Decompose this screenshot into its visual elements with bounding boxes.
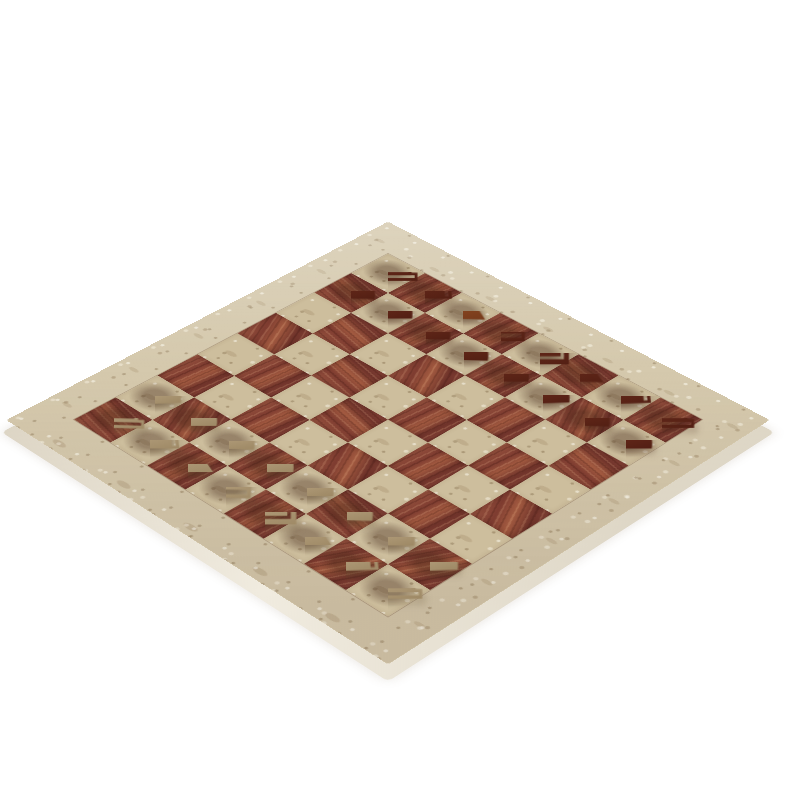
- marble-chess-board: ♜♞♝♛♚♝♞♜♟♟♟♟♟♟♟♟♟♟♟♟♟♟♟♟♜♞♝♛♚♝♞♜: [6, 222, 770, 665]
- board-grid: ♜♞♝♛♚♝♞♜♟♟♟♟♟♟♟♟♟♟♟♟♟♟♟♟♜♞♝♛♚♝♞♜: [74, 254, 702, 617]
- product-photo-scene: ♜♞♝♛♚♝♞♜♟♟♟♟♟♟♟♟♟♟♟♟♟♟♟♟♜♞♝♛♚♝♞♜: [0, 0, 800, 800]
